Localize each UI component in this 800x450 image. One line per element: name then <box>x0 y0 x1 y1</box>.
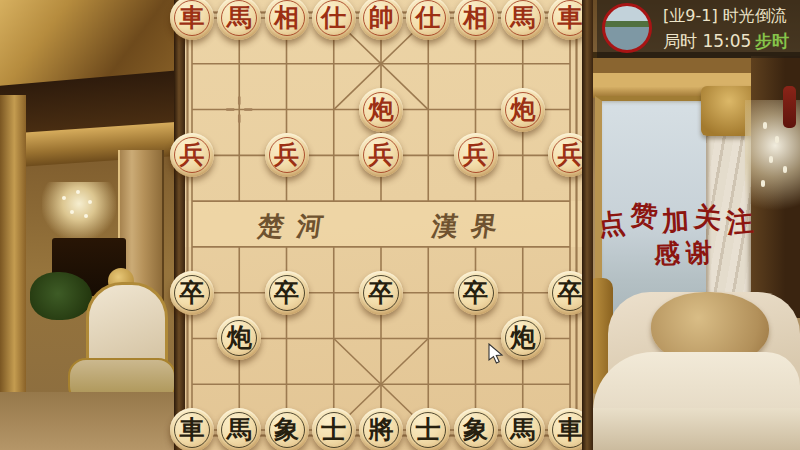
board-right-edge <box>582 0 593 450</box>
board-grid <box>184 0 584 450</box>
piece-black-soldier[interactable]: 卒 <box>170 271 214 315</box>
room-photo-left <box>0 0 176 450</box>
piece-black-cannon[interactable]: 炮 <box>501 316 545 360</box>
piece-black-horse[interactable]: 馬 <box>217 408 261 450</box>
piece-black-general[interactable]: 將 <box>359 408 403 450</box>
piece-red-cannon[interactable]: 炮 <box>359 88 403 132</box>
piece-black-chariot[interactable]: 車 <box>170 408 214 450</box>
game-time-label: 局时 <box>663 31 697 51</box>
potted-plant <box>30 272 92 320</box>
streamer-avatar[interactable] <box>602 3 652 53</box>
piece-red-cannon[interactable]: 炮 <box>501 88 545 132</box>
chandelier-sconce <box>42 182 116 244</box>
piece-black-elephant[interactable]: 象 <box>265 408 309 450</box>
piece-black-advisor[interactable]: 士 <box>406 408 450 450</box>
river-label-han-jie: 漢界 <box>430 209 513 244</box>
piece-black-soldier[interactable]: 卒 <box>454 271 498 315</box>
piece-red-elephant[interactable]: 相 <box>454 0 498 40</box>
piece-red-soldier[interactable]: 兵 <box>454 133 498 177</box>
streamer-panel: [业9-1] 时光倒流 局时 15:05 步时 <box>597 0 800 58</box>
promo-text: 点赞加关注 感谢 <box>598 203 798 239</box>
promo-line-1: 点赞加关注 <box>598 203 798 239</box>
piece-red-soldier[interactable]: 兵 <box>170 133 214 177</box>
piece-black-horse[interactable]: 馬 <box>501 408 545 450</box>
piece-black-advisor[interactable]: 士 <box>312 408 356 450</box>
piece-black-elephant[interactable]: 象 <box>454 408 498 450</box>
river-label-chu-he: 楚河 <box>256 209 339 244</box>
game-time: 局时 15:05 <box>663 30 751 53</box>
streamer-title: [业9-1] 时光倒流 <box>663 6 787 27</box>
sofa-front-roll <box>593 408 800 450</box>
game-time-value: 15:05 <box>702 31 751 51</box>
piece-red-soldier[interactable]: 兵 <box>359 133 403 177</box>
piece-red-soldier[interactable]: 兵 <box>265 133 309 177</box>
piece-black-soldier[interactable]: 卒 <box>359 271 403 315</box>
promo-line-2: 感谢 <box>653 235 718 272</box>
red-lamp <box>783 86 796 128</box>
screen: 楚河 漢界 車馬相仕帥仕相馬車炮炮兵兵兵兵兵卒卒卒卒卒炮炮車馬象士將士象馬車 [… <box>0 0 800 450</box>
piece-red-elephant[interactable]: 相 <box>265 0 309 40</box>
piece-black-soldier[interactable]: 卒 <box>265 271 309 315</box>
marble-floor <box>0 392 176 450</box>
step-time-label: 步时 <box>755 30 789 53</box>
